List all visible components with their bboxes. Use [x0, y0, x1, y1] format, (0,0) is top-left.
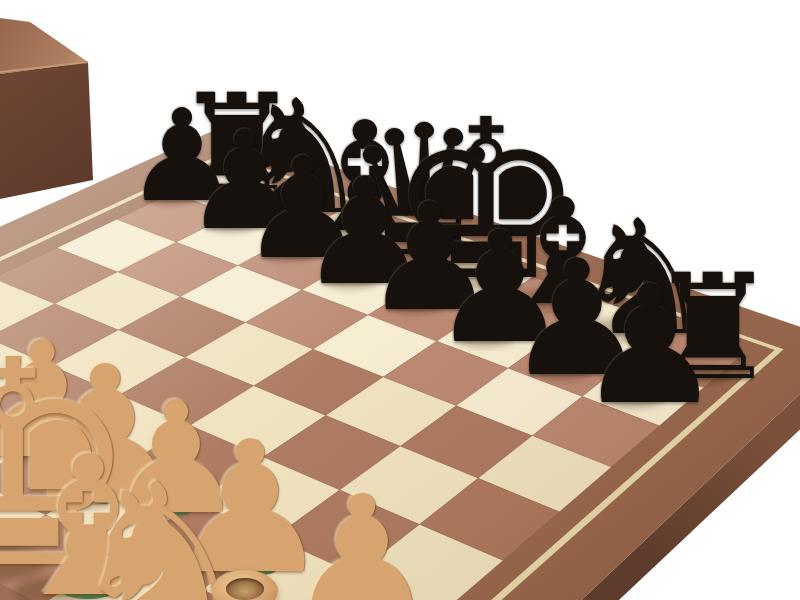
black-pawn-h7[interactable]: ♟ — [577, 264, 724, 428]
wooden-box-front — [0, 62, 93, 199]
white-pawn-h2[interactable]: ♟ — [287, 474, 437, 600]
chess-set-photo: ♜♟♞♟♝♛♟♚♟♝♟♞♟♟♜♟♟♟♟♚♟♝♟♞ — [0, 0, 800, 600]
white-knight-g1[interactable]: ♞ — [65, 455, 262, 600]
